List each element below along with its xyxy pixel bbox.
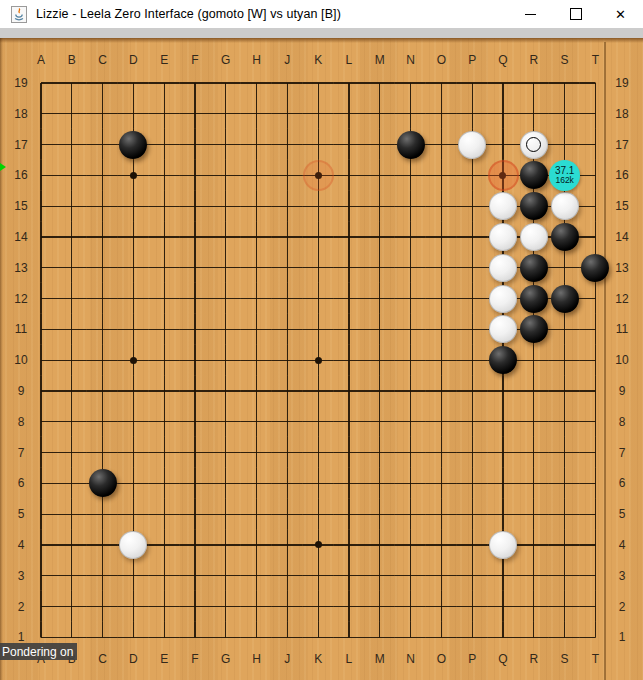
- intersection-O17[interactable]: [426, 129, 457, 160]
- intersection-F10[interactable]: [180, 345, 211, 376]
- intersection-O5[interactable]: [426, 499, 457, 530]
- intersection-R5[interactable]: [518, 499, 549, 530]
- intersection-T3[interactable]: [580, 560, 611, 591]
- intersection-R10[interactable]: [518, 345, 549, 376]
- intersection-O18[interactable]: [426, 98, 457, 129]
- intersection-R13[interactable]: [518, 252, 549, 283]
- intersection-L15[interactable]: [334, 191, 365, 222]
- intersection-P5[interactable]: [457, 499, 488, 530]
- intersection-N9[interactable]: [395, 376, 426, 407]
- intersection-R19[interactable]: [518, 68, 549, 99]
- intersection-H1[interactable]: [241, 622, 272, 653]
- intersection-C5[interactable]: [87, 499, 118, 530]
- intersection-H10[interactable]: [241, 345, 272, 376]
- intersection-O13[interactable]: [426, 252, 457, 283]
- intersection-L2[interactable]: [334, 591, 365, 622]
- intersection-E12[interactable]: [149, 283, 180, 314]
- intersection-S19[interactable]: [549, 68, 580, 99]
- intersection-S14[interactable]: [549, 222, 580, 253]
- intersection-H2[interactable]: [241, 591, 272, 622]
- intersection-F7[interactable]: [180, 437, 211, 468]
- intersection-F19[interactable]: [180, 68, 211, 99]
- intersection-R16[interactable]: [518, 160, 549, 191]
- intersection-E2[interactable]: [149, 591, 180, 622]
- intersection-F16[interactable]: [180, 160, 211, 191]
- intersection-R1[interactable]: [518, 622, 549, 653]
- intersection-M13[interactable]: [364, 252, 395, 283]
- intersection-L19[interactable]: [334, 68, 365, 99]
- intersection-G17[interactable]: [210, 129, 241, 160]
- intersection-C14[interactable]: [87, 222, 118, 253]
- intersection-Q7[interactable]: [488, 437, 519, 468]
- intersection-O7[interactable]: [426, 437, 457, 468]
- intersection-S6[interactable]: [549, 468, 580, 499]
- intersection-E6[interactable]: [149, 468, 180, 499]
- intersection-M19[interactable]: [364, 68, 395, 99]
- intersection-K1[interactable]: [303, 622, 334, 653]
- intersection-T17[interactable]: [580, 129, 611, 160]
- intersection-P14[interactable]: [457, 222, 488, 253]
- intersection-N2[interactable]: [395, 591, 426, 622]
- intersection-P4[interactable]: [457, 530, 488, 561]
- intersection-D12[interactable]: [118, 283, 149, 314]
- intersection-L18[interactable]: [334, 98, 365, 129]
- intersection-H8[interactable]: [241, 406, 272, 437]
- intersection-M9[interactable]: [364, 376, 395, 407]
- intersection-C11[interactable]: [87, 314, 118, 345]
- intersection-G10[interactable]: [210, 345, 241, 376]
- intersection-F4[interactable]: [180, 530, 211, 561]
- intersection-F17[interactable]: [180, 129, 211, 160]
- intersection-P6[interactable]: [457, 468, 488, 499]
- intersection-Q12[interactable]: [488, 283, 519, 314]
- intersection-T18[interactable]: [580, 98, 611, 129]
- intersection-E16[interactable]: [149, 160, 180, 191]
- intersection-O11[interactable]: [426, 314, 457, 345]
- intersection-R4[interactable]: [518, 530, 549, 561]
- intersection-L13[interactable]: [334, 252, 365, 283]
- intersection-B11[interactable]: [56, 314, 87, 345]
- intersection-E4[interactable]: [149, 530, 180, 561]
- intersection-M2[interactable]: [364, 591, 395, 622]
- intersection-O16[interactable]: [426, 160, 457, 191]
- intersection-K9[interactable]: [303, 376, 334, 407]
- intersection-S17[interactable]: [549, 129, 580, 160]
- intersection-C6[interactable]: [87, 468, 118, 499]
- intersection-A9[interactable]: [26, 376, 57, 407]
- intersection-C15[interactable]: [87, 191, 118, 222]
- intersection-Q9[interactable]: [488, 376, 519, 407]
- intersection-K5[interactable]: [303, 499, 334, 530]
- intersection-D8[interactable]: [118, 406, 149, 437]
- intersection-P8[interactable]: [457, 406, 488, 437]
- intersection-R12[interactable]: [518, 283, 549, 314]
- intersection-R6[interactable]: [518, 468, 549, 499]
- intersection-B10[interactable]: [56, 345, 87, 376]
- intersection-J10[interactable]: [272, 345, 303, 376]
- intersection-G19[interactable]: [210, 68, 241, 99]
- intersection-T10[interactable]: [580, 345, 611, 376]
- intersection-F9[interactable]: [180, 376, 211, 407]
- minimize-button[interactable]: [508, 0, 553, 28]
- intersection-D18[interactable]: [118, 98, 149, 129]
- intersection-D5[interactable]: [118, 499, 149, 530]
- intersection-N18[interactable]: [395, 98, 426, 129]
- intersection-P7[interactable]: [457, 437, 488, 468]
- intersection-T11[interactable]: [580, 314, 611, 345]
- intersection-C1[interactable]: [87, 622, 118, 653]
- intersection-S16[interactable]: 37.1162k: [549, 160, 580, 191]
- intersection-L9[interactable]: [334, 376, 365, 407]
- intersection-F3[interactable]: [180, 560, 211, 591]
- intersection-H4[interactable]: [241, 530, 272, 561]
- intersection-R9[interactable]: [518, 376, 549, 407]
- intersection-K13[interactable]: [303, 252, 334, 283]
- intersection-K8[interactable]: [303, 406, 334, 437]
- intersection-O1[interactable]: [426, 622, 457, 653]
- intersection-F14[interactable]: [180, 222, 211, 253]
- intersection-Q18[interactable]: [488, 98, 519, 129]
- intersection-N16[interactable]: [395, 160, 426, 191]
- intersection-Q14[interactable]: [488, 222, 519, 253]
- intersection-M12[interactable]: [364, 283, 395, 314]
- intersection-M4[interactable]: [364, 530, 395, 561]
- intersection-D17[interactable]: [118, 129, 149, 160]
- intersection-K4[interactable]: [303, 530, 334, 561]
- intersection-C16[interactable]: [87, 160, 118, 191]
- intersection-A19[interactable]: [26, 68, 57, 99]
- intersection-M16[interactable]: [364, 160, 395, 191]
- intersection-J11[interactable]: [272, 314, 303, 345]
- intersection-G5[interactable]: [210, 499, 241, 530]
- intersection-J18[interactable]: [272, 98, 303, 129]
- intersection-B19[interactable]: [56, 68, 87, 99]
- intersection-J14[interactable]: [272, 222, 303, 253]
- intersection-N11[interactable]: [395, 314, 426, 345]
- intersection-N6[interactable]: [395, 468, 426, 499]
- intersection-L6[interactable]: [334, 468, 365, 499]
- intersection-Q13[interactable]: [488, 252, 519, 283]
- intersection-J17[interactable]: [272, 129, 303, 160]
- intersection-Q6[interactable]: [488, 468, 519, 499]
- intersection-C2[interactable]: [87, 591, 118, 622]
- intersection-Q5[interactable]: [488, 499, 519, 530]
- intersection-J16[interactable]: [272, 160, 303, 191]
- maximize-button[interactable]: [553, 0, 598, 28]
- intersection-G16[interactable]: [210, 160, 241, 191]
- intersection-M18[interactable]: [364, 98, 395, 129]
- intersection-D15[interactable]: [118, 191, 149, 222]
- intersection-D19[interactable]: [118, 68, 149, 99]
- intersection-C3[interactable]: [87, 560, 118, 591]
- intersection-H5[interactable]: [241, 499, 272, 530]
- intersection-H9[interactable]: [241, 376, 272, 407]
- intersection-Q4[interactable]: [488, 530, 519, 561]
- intersection-P10[interactable]: [457, 345, 488, 376]
- intersection-E9[interactable]: [149, 376, 180, 407]
- intersection-D16[interactable]: [118, 160, 149, 191]
- intersection-S3[interactable]: [549, 560, 580, 591]
- intersection-B13[interactable]: [56, 252, 87, 283]
- intersection-R15[interactable]: [518, 191, 549, 222]
- intersection-D10[interactable]: [118, 345, 149, 376]
- intersection-J12[interactable]: [272, 283, 303, 314]
- intersection-T13[interactable]: [580, 252, 611, 283]
- intersection-B16[interactable]: [56, 160, 87, 191]
- intersection-Q15[interactable]: [488, 191, 519, 222]
- intersection-G3[interactable]: [210, 560, 241, 591]
- intersection-B2[interactable]: [56, 591, 87, 622]
- intersection-B18[interactable]: [56, 98, 87, 129]
- intersection-M10[interactable]: [364, 345, 395, 376]
- intersection-E10[interactable]: [149, 345, 180, 376]
- intersection-E8[interactable]: [149, 406, 180, 437]
- intersection-K15[interactable]: [303, 191, 334, 222]
- intersection-Q8[interactable]: [488, 406, 519, 437]
- intersection-O15[interactable]: [426, 191, 457, 222]
- intersection-O10[interactable]: [426, 345, 457, 376]
- intersection-D9[interactable]: [118, 376, 149, 407]
- intersection-H12[interactable]: [241, 283, 272, 314]
- intersection-G18[interactable]: [210, 98, 241, 129]
- intersection-J8[interactable]: [272, 406, 303, 437]
- intersection-K7[interactable]: [303, 437, 334, 468]
- intersection-H7[interactable]: [241, 437, 272, 468]
- intersection-O2[interactable]: [426, 591, 457, 622]
- intersection-H18[interactable]: [241, 98, 272, 129]
- intersection-E3[interactable]: [149, 560, 180, 591]
- intersection-M11[interactable]: [364, 314, 395, 345]
- intersection-R8[interactable]: [518, 406, 549, 437]
- intersection-G1[interactable]: [210, 622, 241, 653]
- intersection-G4[interactable]: [210, 530, 241, 561]
- intersection-F11[interactable]: [180, 314, 211, 345]
- intersection-S15[interactable]: [549, 191, 580, 222]
- intersection-R14[interactable]: [518, 222, 549, 253]
- intersection-B14[interactable]: [56, 222, 87, 253]
- intersection-S13[interactable]: [549, 252, 580, 283]
- intersection-K16[interactable]: [303, 160, 334, 191]
- intersection-K3[interactable]: [303, 560, 334, 591]
- intersection-R11[interactable]: [518, 314, 549, 345]
- intersection-A6[interactable]: [26, 468, 57, 499]
- intersection-K6[interactable]: [303, 468, 334, 499]
- intersection-S5[interactable]: [549, 499, 580, 530]
- intersection-L17[interactable]: [334, 129, 365, 160]
- intersection-T14[interactable]: [580, 222, 611, 253]
- intersection-K11[interactable]: [303, 314, 334, 345]
- intersection-K2[interactable]: [303, 591, 334, 622]
- intersection-E11[interactable]: [149, 314, 180, 345]
- intersection-N5[interactable]: [395, 499, 426, 530]
- intersection-N15[interactable]: [395, 191, 426, 222]
- intersection-N4[interactable]: [395, 530, 426, 561]
- intersection-S8[interactable]: [549, 406, 580, 437]
- intersection-H16[interactable]: [241, 160, 272, 191]
- intersection-L14[interactable]: [334, 222, 365, 253]
- intersection-K14[interactable]: [303, 222, 334, 253]
- intersection-C19[interactable]: [87, 68, 118, 99]
- intersection-J7[interactable]: [272, 437, 303, 468]
- intersection-T6[interactable]: [580, 468, 611, 499]
- intersection-P11[interactable]: [457, 314, 488, 345]
- intersection-F1[interactable]: [180, 622, 211, 653]
- intersection-P3[interactable]: [457, 560, 488, 591]
- intersection-N12[interactable]: [395, 283, 426, 314]
- intersection-N17[interactable]: [395, 129, 426, 160]
- intersection-S4[interactable]: [549, 530, 580, 561]
- intersection-F18[interactable]: [180, 98, 211, 129]
- intersection-K17[interactable]: [303, 129, 334, 160]
- intersection-K18[interactable]: [303, 98, 334, 129]
- intersection-H15[interactable]: [241, 191, 272, 222]
- intersection-E18[interactable]: [149, 98, 180, 129]
- intersection-T8[interactable]: [580, 406, 611, 437]
- intersection-B12[interactable]: [56, 283, 87, 314]
- intersection-L10[interactable]: [334, 345, 365, 376]
- intersection-G12[interactable]: [210, 283, 241, 314]
- intersection-L12[interactable]: [334, 283, 365, 314]
- intersection-F8[interactable]: [180, 406, 211, 437]
- intersection-O19[interactable]: [426, 68, 457, 99]
- intersection-S9[interactable]: [549, 376, 580, 407]
- intersection-L4[interactable]: [334, 530, 365, 561]
- intersection-T5[interactable]: [580, 499, 611, 530]
- intersection-Q2[interactable]: [488, 591, 519, 622]
- intersection-D1[interactable]: [118, 622, 149, 653]
- intersection-Q19[interactable]: [488, 68, 519, 99]
- intersection-L8[interactable]: [334, 406, 365, 437]
- intersection-J6[interactable]: [272, 468, 303, 499]
- intersection-M17[interactable]: [364, 129, 395, 160]
- intersection-D6[interactable]: [118, 468, 149, 499]
- intersection-S10[interactable]: [549, 345, 580, 376]
- intersection-A14[interactable]: [26, 222, 57, 253]
- intersection-K19[interactable]: [303, 68, 334, 99]
- intersection-E17[interactable]: [149, 129, 180, 160]
- intersection-A13[interactable]: [26, 252, 57, 283]
- intersection-A5[interactable]: [26, 499, 57, 530]
- intersection-B3[interactable]: [56, 560, 87, 591]
- intersection-O9[interactable]: [426, 376, 457, 407]
- intersection-A3[interactable]: [26, 560, 57, 591]
- intersection-Q17[interactable]: [488, 129, 519, 160]
- intersection-N1[interactable]: [395, 622, 426, 653]
- intersection-M3[interactable]: [364, 560, 395, 591]
- intersection-M7[interactable]: [364, 437, 395, 468]
- intersection-A12[interactable]: [26, 283, 57, 314]
- intersection-L1[interactable]: [334, 622, 365, 653]
- intersection-H14[interactable]: [241, 222, 272, 253]
- intersection-P18[interactable]: [457, 98, 488, 129]
- intersection-H19[interactable]: [241, 68, 272, 99]
- intersection-J9[interactable]: [272, 376, 303, 407]
- intersection-L3[interactable]: [334, 560, 365, 591]
- intersection-N3[interactable]: [395, 560, 426, 591]
- intersection-J4[interactable]: [272, 530, 303, 561]
- intersection-N19[interactable]: [395, 68, 426, 99]
- intersection-T2[interactable]: [580, 591, 611, 622]
- intersection-B9[interactable]: [56, 376, 87, 407]
- intersection-G13[interactable]: [210, 252, 241, 283]
- intersection-H13[interactable]: [241, 252, 272, 283]
- intersection-D11[interactable]: [118, 314, 149, 345]
- intersection-D14[interactable]: [118, 222, 149, 253]
- intersection-M8[interactable]: [364, 406, 395, 437]
- intersection-L11[interactable]: [334, 314, 365, 345]
- intersection-P15[interactable]: [457, 191, 488, 222]
- intersection-B5[interactable]: [56, 499, 87, 530]
- intersection-P1[interactable]: [457, 622, 488, 653]
- intersection-N14[interactable]: [395, 222, 426, 253]
- intersection-M6[interactable]: [364, 468, 395, 499]
- intersection-R2[interactable]: [518, 591, 549, 622]
- intersection-G7[interactable]: [210, 437, 241, 468]
- intersection-H6[interactable]: [241, 468, 272, 499]
- intersection-M15[interactable]: [364, 191, 395, 222]
- intersection-M1[interactable]: [364, 622, 395, 653]
- intersection-K10[interactable]: [303, 345, 334, 376]
- intersection-S2[interactable]: [549, 591, 580, 622]
- intersection-A7[interactable]: [26, 437, 57, 468]
- intersection-O12[interactable]: [426, 283, 457, 314]
- intersection-P17[interactable]: [457, 129, 488, 160]
- intersection-H17[interactable]: [241, 129, 272, 160]
- intersection-T16[interactable]: [580, 160, 611, 191]
- intersection-D7[interactable]: [118, 437, 149, 468]
- intersection-B6[interactable]: [56, 468, 87, 499]
- intersection-T15[interactable]: [580, 191, 611, 222]
- intersection-N8[interactable]: [395, 406, 426, 437]
- intersection-N7[interactable]: [395, 437, 426, 468]
- intersection-A10[interactable]: [26, 345, 57, 376]
- intersection-J3[interactable]: [272, 560, 303, 591]
- intersection-C7[interactable]: [87, 437, 118, 468]
- intersection-D3[interactable]: [118, 560, 149, 591]
- intersection-O3[interactable]: [426, 560, 457, 591]
- intersection-A18[interactable]: [26, 98, 57, 129]
- intersection-O6[interactable]: [426, 468, 457, 499]
- intersection-F13[interactable]: [180, 252, 211, 283]
- intersection-G11[interactable]: [210, 314, 241, 345]
- intersection-O14[interactable]: [426, 222, 457, 253]
- intersection-A16[interactable]: [26, 160, 57, 191]
- intersection-A15[interactable]: [26, 191, 57, 222]
- intersection-N13[interactable]: [395, 252, 426, 283]
- intersection-T9[interactable]: [580, 376, 611, 407]
- intersection-N10[interactable]: [395, 345, 426, 376]
- intersection-D2[interactable]: [118, 591, 149, 622]
- intersection-Q10[interactable]: [488, 345, 519, 376]
- intersection-C12[interactable]: [87, 283, 118, 314]
- intersection-B15[interactable]: [56, 191, 87, 222]
- intersection-O4[interactable]: [426, 530, 457, 561]
- intersection-D13[interactable]: [118, 252, 149, 283]
- intersection-G8[interactable]: [210, 406, 241, 437]
- intersection-S12[interactable]: [549, 283, 580, 314]
- intersection-E19[interactable]: [149, 68, 180, 99]
- intersection-G6[interactable]: [210, 468, 241, 499]
- intersection-J13[interactable]: [272, 252, 303, 283]
- intersection-R18[interactable]: [518, 98, 549, 129]
- intersection-C13[interactable]: [87, 252, 118, 283]
- intersection-P19[interactable]: [457, 68, 488, 99]
- intersection-Q1[interactable]: [488, 622, 519, 653]
- intersection-P13[interactable]: [457, 252, 488, 283]
- intersection-T19[interactable]: [580, 68, 611, 99]
- intersection-B7[interactable]: [56, 437, 87, 468]
- intersection-E14[interactable]: [149, 222, 180, 253]
